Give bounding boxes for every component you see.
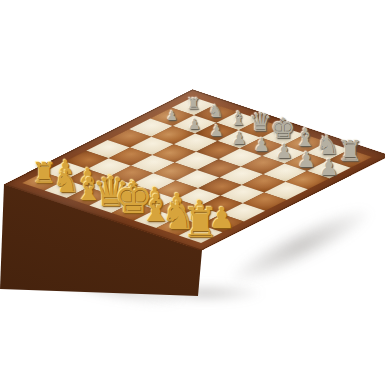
piece-black-pawn-c7[interactable]: ♟ — [210, 123, 224, 139]
piece-black-pawn-f7[interactable]: ♟ — [275, 142, 293, 162]
piece-black-pawn-d7[interactable]: ♟ — [232, 130, 247, 147]
piece-black-pawn-b7[interactable]: ♟ — [188, 117, 201, 131]
pieces-layer: ♜♞♝♛♚♝♞♜♟♟♟♟♟♟♟♟♟♟♟♟♟♟♟♟♜♞♝♛♚♝♞♜ — [0, 0, 385, 385]
piece-black-pawn-h7[interactable]: ♟ — [319, 155, 339, 177]
piece-black-bishop-c8[interactable]: ♝ — [230, 109, 247, 128]
piece-black-knight-b8[interactable]: ♞ — [208, 103, 224, 120]
piece-white-rook-h1[interactable]: ♜ — [182, 202, 219, 243]
piece-black-queen-d8[interactable]: ♛ — [249, 110, 272, 136]
chess-set-scene: ♜♞♝♛♚♝♞♜♟♟♟♟♟♟♟♟♟♟♟♟♟♟♟♟♜♞♝♛♚♝♞♜ — [0, 0, 385, 385]
piece-black-pawn-g7[interactable]: ♟ — [297, 149, 316, 170]
piece-black-king-e8[interactable]: ♚ — [270, 115, 295, 143]
piece-black-pawn-a7[interactable]: ♟ — [166, 110, 178, 123]
piece-black-rook-h8[interactable]: ♜ — [337, 138, 363, 167]
piece-black-pawn-e7[interactable]: ♟ — [253, 136, 269, 154]
piece-black-rook-a8[interactable]: ♜ — [186, 97, 200, 113]
